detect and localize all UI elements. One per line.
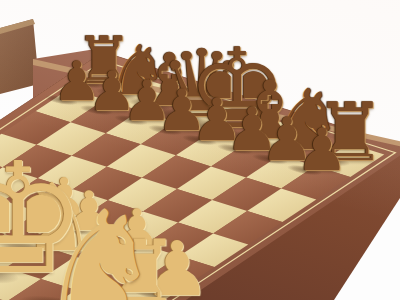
- pieces-layer: ♜♞♝♛♚♝♞♜♟♟♟♟♟♟♟♟♚♟♞♟♞♟♜♟: [0, 0, 400, 300]
- chess-set-photo: ♜♞♝♛♚♝♞♜♟♟♟♟♟♟♟♟♚♟♞♟♞♟♜♟: [0, 0, 400, 300]
- black-pawn-h7: ♟: [296, 121, 348, 180]
- white-knight-g1: ♞: [39, 193, 161, 300]
